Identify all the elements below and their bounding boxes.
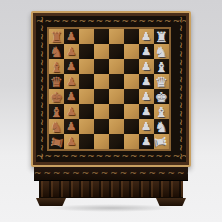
square-r3c1: ♝ — [49, 59, 64, 74]
square-r8c4 — [94, 134, 109, 149]
silver-pawn: ♟ — [142, 121, 152, 132]
square-r2c6 — [124, 44, 139, 59]
square-r7c7: ♟ — [139, 119, 154, 134]
chess-board: ♜♟♟♜♞♟♟♞♝♟♟♝♛♟♟♛♚♟♟♚♝♟♟♝♞♟♟♞♜♟♟♜ — [49, 29, 169, 149]
square-r7c4 — [94, 119, 109, 134]
silver-pawn: ♟ — [142, 31, 152, 42]
carving-scroll-right: ~~~~~~~~~~~~~~~~~~~~~~~~~~~~~~~~~~~~~~~~ — [175, 16, 186, 162]
square-r4c8: ♛ — [154, 74, 169, 89]
square-r3c3 — [79, 59, 94, 74]
square-r8c6 — [124, 134, 139, 149]
copper-pawn: ♟ — [67, 106, 77, 117]
square-r7c2: ♟ — [64, 119, 79, 134]
copper-queen: ♛ — [50, 75, 63, 89]
carving-scroll-top: ~~~~~~~~~~~~~~~~~~~~~~~~~~~~~~~~~~~~~~~~ — [36, 16, 186, 27]
square-r1c7: ♟ — [139, 29, 154, 44]
square-r8c8: ♜ — [154, 134, 169, 149]
photo-background: ~~~~~~~~~~~~~~~~~~~~~~~~~~~~~~~~~~~~~~~~… — [0, 0, 222, 222]
copper-pawn: ♟ — [67, 136, 77, 147]
square-r3c4 — [94, 59, 109, 74]
foot-left — [36, 198, 66, 206]
square-r6c1: ♝ — [49, 104, 64, 119]
silver-knight: ♞ — [155, 120, 168, 134]
square-r5c1: ♚ — [49, 89, 64, 104]
copper-knight: ♞ — [50, 45, 63, 59]
square-r5c2: ♟ — [64, 89, 79, 104]
copper-knight: ♞ — [50, 120, 63, 134]
square-r1c3 — [79, 29, 94, 44]
square-r5c6 — [124, 89, 139, 104]
square-r4c5 — [109, 74, 124, 89]
square-r1c4 — [94, 29, 109, 44]
copper-pawn: ♟ — [67, 121, 77, 132]
square-r4c7: ♟ — [139, 74, 154, 89]
copper-pawn: ♟ — [67, 91, 77, 102]
square-r2c2: ♟ — [64, 44, 79, 59]
square-r5c5 — [109, 89, 124, 104]
square-r6c4 — [94, 104, 109, 119]
square-r2c7: ♟ — [139, 44, 154, 59]
copper-rook-fallen: ♜ — [50, 134, 66, 149]
square-r4c6 — [124, 74, 139, 89]
copper-pawn: ♟ — [67, 76, 77, 87]
square-r3c2: ♟ — [64, 59, 79, 74]
silver-king: ♚ — [155, 90, 168, 104]
silver-rook: ♜ — [155, 30, 168, 44]
square-r6c2: ♟ — [64, 104, 79, 119]
square-r3c8: ♝ — [154, 59, 169, 74]
silver-rook-fallen: ♜ — [153, 134, 169, 149]
square-r2c1: ♞ — [49, 44, 64, 59]
board-inner-trim: ♜♟♟♜♞♟♟♞♝♟♟♝♛♟♟♛♚♟♟♚♝♟♟♝♞♟♟♞♜♟♟♜ — [47, 27, 171, 151]
copper-pawn: ♟ — [67, 31, 77, 42]
square-r1c6 — [124, 29, 139, 44]
square-r6c6 — [124, 104, 139, 119]
square-r6c3 — [79, 104, 94, 119]
square-r1c8: ♜ — [154, 29, 169, 44]
box-front-apron: ~~~~~~~~~~~~~~~~~~~~~~~~~~~~~~~~~~~~~~~~ — [34, 167, 188, 181]
square-r5c7: ♟ — [139, 89, 154, 104]
silver-pawn: ♟ — [142, 46, 152, 57]
carved-border-band: ~~~~~~~~~~~~~~~~~~~~~~~~~~~~~~~~~~~~~~~~… — [36, 16, 186, 162]
square-r2c4 — [94, 44, 109, 59]
silver-pawn: ♟ — [142, 106, 152, 117]
silver-pawn: ♟ — [142, 91, 152, 102]
square-r3c7: ♟ — [139, 59, 154, 74]
silver-pawn: ♟ — [142, 76, 152, 87]
square-r4c4 — [94, 74, 109, 89]
copper-pawn: ♟ — [67, 46, 77, 57]
carving-scroll-bottom: ~~~~~~~~~~~~~~~~~~~~~~~~~~~~~~~~~~~~~~~~ — [36, 151, 186, 162]
copper-king: ♚ — [50, 90, 63, 104]
square-r3c5 — [109, 59, 124, 74]
square-r2c3 — [79, 44, 94, 59]
square-r8c5 — [109, 134, 124, 149]
board-frame: ~~~~~~~~~~~~~~~~~~~~~~~~~~~~~~~~~~~~~~~~… — [31, 11, 191, 167]
silver-pawn: ♟ — [142, 61, 152, 72]
silver-pawn: ♟ — [142, 136, 152, 147]
silver-queen: ♛ — [155, 75, 168, 89]
square-r8c1: ♜ — [49, 134, 64, 149]
silver-bishop: ♝ — [155, 60, 168, 74]
box-carved-base — [39, 181, 183, 198]
square-r7c1: ♞ — [49, 119, 64, 134]
square-r7c5 — [109, 119, 124, 134]
chess-box: ~~~~~~~~~~~~~~~~~~~~~~~~~~~~~~~~~~~~~~~~… — [31, 11, 191, 212]
square-r7c3 — [79, 119, 94, 134]
square-r2c8: ♞ — [154, 44, 169, 59]
silver-bishop: ♝ — [155, 105, 168, 119]
square-r5c8: ♚ — [154, 89, 169, 104]
carving-scroll-front: ~~~~~~~~~~~~~~~~~~~~~~~~~~~~~~~~~~~~~~~~ — [34, 167, 188, 180]
square-r7c6 — [124, 119, 139, 134]
floor-shadow — [47, 204, 175, 212]
square-r5c3 — [79, 89, 94, 104]
square-r5c4 — [94, 89, 109, 104]
square-r3c6 — [124, 59, 139, 74]
copper-bishop: ♝ — [50, 60, 63, 74]
square-r6c8: ♝ — [154, 104, 169, 119]
silver-knight: ♞ — [155, 45, 168, 59]
square-r4c3 — [79, 74, 94, 89]
copper-pawn: ♟ — [67, 61, 77, 72]
copper-rook: ♜ — [50, 30, 63, 44]
square-r7c8: ♞ — [154, 119, 169, 134]
square-r4c2: ♟ — [64, 74, 79, 89]
copper-bishop: ♝ — [50, 105, 63, 119]
square-r1c1: ♜ — [49, 29, 64, 44]
square-r1c2: ♟ — [64, 29, 79, 44]
foot-right — [156, 198, 186, 206]
carving-scroll-left: ~~~~~~~~~~~~~~~~~~~~~~~~~~~~~~~~~~~~~~~~ — [36, 16, 47, 162]
square-r1c5 — [109, 29, 124, 44]
square-r6c5 — [109, 104, 124, 119]
square-r4c1: ♛ — [49, 74, 64, 89]
square-r2c5 — [109, 44, 124, 59]
square-r6c7: ♟ — [139, 104, 154, 119]
square-r8c3 — [79, 134, 94, 149]
